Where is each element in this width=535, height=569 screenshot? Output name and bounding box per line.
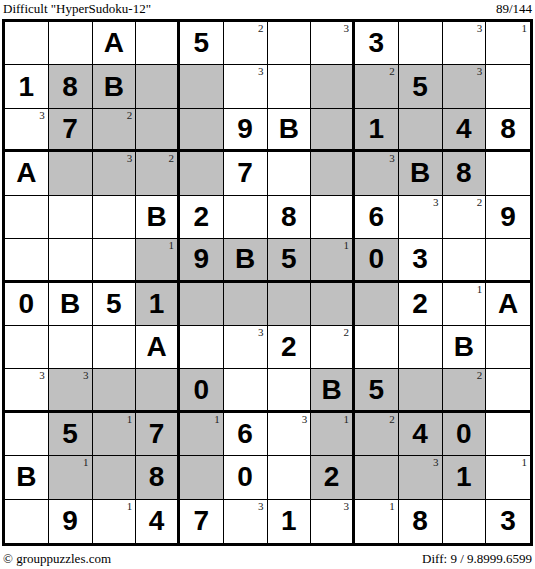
cell-r4c12[interactable]: [486, 152, 530, 195]
cell-r3c8[interactable]: [311, 109, 355, 152]
corner-mark: 3: [433, 197, 439, 208]
cell-r11c5[interactable]: [180, 456, 224, 499]
cell-r8c10[interactable]: [399, 326, 443, 369]
cell-r1c12[interactable]: 1: [486, 22, 530, 65]
cell-r11c2[interactable]: 1: [49, 456, 93, 499]
given-value: 5: [62, 420, 78, 448]
given-value: 7: [237, 159, 253, 187]
cell-r2c10[interactable]: 5: [399, 65, 443, 108]
given-value: 9: [62, 507, 78, 535]
given-value: B: [104, 73, 124, 101]
given-value: B: [60, 290, 80, 318]
corner-mark: 1: [344, 414, 350, 425]
cell-r4c4[interactable]: 2: [136, 152, 180, 195]
cell-r3c12[interactable]: 8: [486, 109, 530, 152]
cell-r2c12[interactable]: [486, 65, 530, 108]
cell-r7c9[interactable]: [355, 283, 399, 326]
corner-mark: 3: [39, 370, 45, 381]
cell-r12c4[interactable]: 4: [136, 500, 180, 543]
given-value: 8: [62, 73, 78, 101]
corner-mark: 1: [214, 414, 220, 425]
cell-r12c5[interactable]: 7: [180, 500, 224, 543]
cell-r10c3[interactable]: 1: [93, 413, 137, 456]
cell-r2c11[interactable]: 3: [443, 65, 487, 108]
cell-r12c2[interactable]: 9: [49, 500, 93, 543]
corner-mark: 2: [477, 370, 483, 381]
given-value: 8: [456, 159, 472, 187]
cell-r10c8[interactable]: 1: [311, 413, 355, 456]
cell-r11c1[interactable]: B: [5, 456, 49, 499]
cell-r9c1[interactable]: 3: [5, 369, 49, 412]
cell-r6c1[interactable]: [5, 239, 49, 282]
cell-r1c10[interactable]: [399, 22, 443, 65]
cell-r12c1[interactable]: [5, 500, 49, 543]
cell-r1c3[interactable]: A: [93, 22, 137, 65]
cell-r4c11[interactable]: 8: [443, 152, 487, 195]
cell-r3c7[interactable]: B: [268, 109, 312, 152]
cell-r6c9[interactable]: 0: [355, 239, 399, 282]
sudoku-board: A52333118B32533729B148A3273B8B28632919B5…: [2, 19, 533, 546]
cell-r2c5[interactable]: [180, 65, 224, 108]
cell-r2c4[interactable]: [136, 65, 180, 108]
given-value: 3: [369, 29, 385, 57]
cell-r2c1[interactable]: 1: [5, 65, 49, 108]
corner-mark: 3: [127, 153, 133, 164]
corner-mark: 3: [344, 501, 350, 512]
cell-r11c3[interactable]: [93, 456, 137, 499]
corner-mark: 2: [258, 23, 264, 34]
cell-r10c7[interactable]: 3: [268, 413, 312, 456]
cell-r2c7[interactable]: [268, 65, 312, 108]
cell-r3c5[interactable]: [180, 109, 224, 152]
cell-r5c11[interactable]: 2: [443, 196, 487, 239]
cell-r7c10[interactable]: 2: [399, 283, 443, 326]
given-value: B: [410, 159, 430, 187]
cell-r11c7[interactable]: [268, 456, 312, 499]
given-value: 5: [106, 290, 122, 318]
cell-r9c12[interactable]: [486, 369, 530, 412]
cell-r9c4[interactable]: [136, 369, 180, 412]
corner-mark: 1: [522, 457, 528, 468]
corner-mark: 1: [169, 240, 175, 251]
given-value: 7: [194, 507, 210, 535]
cell-r5c2[interactable]: [49, 196, 93, 239]
cell-r5c6[interactable]: [224, 196, 268, 239]
cell-r11c9[interactable]: [355, 456, 399, 499]
corner-mark: 3: [258, 501, 264, 512]
given-value: 0: [194, 376, 210, 404]
corner-mark: 1: [522, 23, 528, 34]
cell-r5c3[interactable]: [93, 196, 137, 239]
cell-r6c4[interactable]: 1: [136, 239, 180, 282]
corner-mark: 2: [389, 66, 395, 77]
given-value: 2: [412, 290, 428, 318]
cell-r6c6[interactable]: B: [224, 239, 268, 282]
given-value: 5: [281, 245, 297, 273]
cell-r10c11[interactable]: 0: [443, 413, 487, 456]
given-value: 5: [412, 73, 428, 101]
cell-r12c8[interactable]: 3: [311, 500, 355, 543]
cell-r8c2[interactable]: [49, 326, 93, 369]
cell-r10c10[interactable]: 4: [399, 413, 443, 456]
copyright-text: © grouppuzzles.com: [3, 551, 111, 567]
footer-bar: © grouppuzzles.com Diff: 9 / 9.8999.6599: [3, 549, 532, 567]
given-value: 1: [369, 115, 385, 143]
cell-r8c12[interactable]: [486, 326, 530, 369]
cell-r7c8[interactable]: [311, 283, 355, 326]
cell-r10c5[interactable]: 1: [180, 413, 224, 456]
cell-r11c6[interactable]: 0: [224, 456, 268, 499]
given-value: 0: [237, 463, 253, 491]
cell-r1c2[interactable]: [49, 22, 93, 65]
cell-r5c8[interactable]: [311, 196, 355, 239]
corner-mark: 1: [344, 240, 350, 251]
given-value: 0: [456, 420, 472, 448]
cell-r8c11[interactable]: B: [443, 326, 487, 369]
cell-r6c10[interactable]: 3: [399, 239, 443, 282]
cell-r3c2[interactable]: 7: [49, 109, 93, 152]
corner-mark: 1: [477, 284, 483, 295]
cell-r5c10[interactable]: 3: [399, 196, 443, 239]
corner-mark: 3: [344, 23, 350, 34]
cell-r11c10[interactable]: 3: [399, 456, 443, 499]
cell-r8c7[interactable]: 2: [268, 326, 312, 369]
cell-r12c7[interactable]: 1: [268, 500, 312, 543]
given-value: 0: [369, 245, 385, 273]
given-value: 0: [19, 290, 35, 318]
cell-r3c9[interactable]: 1: [355, 109, 399, 152]
cell-r2c2[interactable]: 8: [49, 65, 93, 108]
cell-r9c5[interactable]: 0: [180, 369, 224, 412]
cell-r4c8[interactable]: [311, 152, 355, 195]
given-value: A: [104, 29, 124, 57]
cell-r10c4[interactable]: 7: [136, 413, 180, 456]
cell-r7c3[interactable]: 5: [93, 283, 137, 326]
cell-r8c6[interactable]: 3: [224, 326, 268, 369]
cell-r11c4[interactable]: 8: [136, 456, 180, 499]
cell-r7c2[interactable]: B: [49, 283, 93, 326]
cell-r2c3[interactable]: B: [93, 65, 137, 108]
given-value: B: [279, 115, 299, 143]
given-value: 8: [149, 463, 165, 491]
cell-r3c3[interactable]: 2: [93, 109, 137, 152]
cell-r9c6[interactable]: [224, 369, 268, 412]
cell-r1c4[interactable]: [136, 22, 180, 65]
cell-r9c3[interactable]: [93, 369, 137, 412]
cell-r5c7[interactable]: 8: [268, 196, 312, 239]
cell-r7c11[interactable]: 1: [443, 283, 487, 326]
cell-r6c2[interactable]: [49, 239, 93, 282]
cell-r1c1[interactable]: [5, 22, 49, 65]
given-value: 3: [500, 507, 516, 535]
header-bar: Difficult "HyperSudoku-12" 89/144: [3, 1, 532, 18]
cell-r7c1[interactable]: 0: [5, 283, 49, 326]
given-value: 9: [500, 203, 516, 231]
given-value: 9: [237, 115, 253, 143]
cell-r1c8[interactable]: 3: [311, 22, 355, 65]
cell-r7c12[interactable]: A: [486, 283, 530, 326]
corner-mark: 1: [83, 457, 89, 468]
cell-r8c1[interactable]: [5, 326, 49, 369]
cell-r5c1[interactable]: [5, 196, 49, 239]
cell-r5c5[interactable]: 2: [180, 196, 224, 239]
cell-r12c11[interactable]: [443, 500, 487, 543]
cell-r2c6[interactable]: 3: [224, 65, 268, 108]
given-value: A: [16, 159, 36, 187]
cell-r9c11[interactable]: 2: [443, 369, 487, 412]
cell-r1c6[interactable]: 2: [224, 22, 268, 65]
cell-r8c3[interactable]: [93, 326, 137, 369]
cell-r3c6[interactable]: 9: [224, 109, 268, 152]
difficulty-text: Diff: 9 / 9.8999.6599: [422, 551, 532, 567]
cell-r9c2[interactable]: 3: [49, 369, 93, 412]
cell-r6c7[interactable]: 5: [268, 239, 312, 282]
given-value: B: [147, 203, 167, 231]
cell-r2c8[interactable]: [311, 65, 355, 108]
cell-r11c8[interactable]: 2: [311, 456, 355, 499]
given-value: 2: [281, 333, 297, 361]
cell-r12c9[interactable]: 1: [355, 500, 399, 543]
cell-r3c10[interactable]: [399, 109, 443, 152]
cell-r8c8[interactable]: 2: [311, 326, 355, 369]
cell-r4c3[interactable]: 3: [93, 152, 137, 195]
given-value: 1: [281, 507, 297, 535]
corner-mark: 2: [344, 327, 350, 338]
corner-mark: 3: [83, 370, 89, 381]
cell-r5c4[interactable]: B: [136, 196, 180, 239]
cell-r11c12[interactable]: 1: [486, 456, 530, 499]
cell-r3c11[interactable]: 4: [443, 109, 487, 152]
cell-r4c5[interactable]: [180, 152, 224, 195]
cell-r1c9[interactable]: 3: [355, 22, 399, 65]
corner-mark: 3: [302, 414, 308, 425]
given-value: 1: [19, 73, 35, 101]
given-value: 5: [194, 29, 210, 57]
given-value: 8: [500, 115, 516, 143]
corner-mark: 3: [477, 66, 483, 77]
cell-r12c3[interactable]: 1: [93, 500, 137, 543]
given-value: 7: [149, 420, 165, 448]
cell-r4c2[interactable]: [49, 152, 93, 195]
cell-r6c5[interactable]: 9: [180, 239, 224, 282]
corner-mark: 3: [39, 110, 45, 121]
given-value: B: [235, 245, 255, 273]
cell-r6c3[interactable]: [93, 239, 137, 282]
cell-r12c10[interactable]: 8: [399, 500, 443, 543]
given-value: 9: [194, 245, 210, 273]
cell-r7c7[interactable]: [268, 283, 312, 326]
cell-r9c9[interactable]: 5: [355, 369, 399, 412]
cell-r2c9[interactable]: 2: [355, 65, 399, 108]
corner-mark: 1: [127, 414, 133, 425]
cell-r6c8[interactable]: 1: [311, 239, 355, 282]
cell-r10c9[interactable]: 2: [355, 413, 399, 456]
given-value: 8: [281, 203, 297, 231]
cell-r7c5[interactable]: [180, 283, 224, 326]
cell-r9c10[interactable]: [399, 369, 443, 412]
cell-r7c4[interactable]: 1: [136, 283, 180, 326]
cell-r8c4[interactable]: A: [136, 326, 180, 369]
cell-r1c7[interactable]: [268, 22, 312, 65]
cell-r6c12[interactable]: [486, 239, 530, 282]
given-value: B: [322, 376, 342, 404]
cell-r3c1[interactable]: 3: [5, 109, 49, 152]
given-value: 3: [412, 245, 428, 273]
corner-mark: 2: [169, 153, 175, 164]
cell-r11c11[interactable]: 1: [443, 456, 487, 499]
cell-r9c8[interactable]: B: [311, 369, 355, 412]
corner-mark: 2: [389, 414, 395, 425]
cell-r7c6[interactable]: [224, 283, 268, 326]
cell-r4c9[interactable]: 3: [355, 152, 399, 195]
given-value: 5: [369, 376, 385, 404]
cell-r4c10[interactable]: B: [399, 152, 443, 195]
corner-mark: 2: [127, 110, 133, 121]
cell-r8c9[interactable]: [355, 326, 399, 369]
given-value: A: [147, 333, 167, 361]
given-value: 7: [62, 115, 78, 143]
cell-r9c7[interactable]: [268, 369, 312, 412]
given-value: 2: [194, 203, 210, 231]
corner-mark: 1: [389, 501, 395, 512]
cell-r1c5[interactable]: 5: [180, 22, 224, 65]
given-value: 6: [369, 203, 385, 231]
cell-r10c1[interactable]: [5, 413, 49, 456]
cell-r3c4[interactable]: [136, 109, 180, 152]
empty-cell-counter: 89/144: [496, 1, 532, 17]
given-value: 6: [237, 420, 253, 448]
cell-r10c12[interactable]: [486, 413, 530, 456]
given-value: 4: [149, 507, 165, 535]
cell-r5c9[interactable]: 6: [355, 196, 399, 239]
cell-r4c6[interactable]: 7: [224, 152, 268, 195]
cell-r8c5[interactable]: [180, 326, 224, 369]
cell-r12c12[interactable]: 3: [486, 500, 530, 543]
given-value: 1: [456, 463, 472, 491]
corner-mark: 3: [258, 66, 264, 77]
given-value: B: [454, 333, 474, 361]
corner-mark: 3: [258, 327, 264, 338]
cell-r5c12[interactable]: 9: [486, 196, 530, 239]
given-value: B: [16, 463, 36, 491]
corner-mark: 2: [477, 197, 483, 208]
corner-mark: 3: [433, 457, 439, 468]
given-value: 4: [456, 115, 472, 143]
given-value: 2: [324, 463, 340, 491]
cell-r4c7[interactable]: [268, 152, 312, 195]
cell-r12c6[interactable]: 3: [224, 500, 268, 543]
cell-r4c1[interactable]: A: [5, 152, 49, 195]
corner-mark: 1: [127, 501, 133, 512]
puzzle-title: Difficult "HyperSudoku-12": [3, 1, 151, 17]
corner-mark: 3: [477, 23, 483, 34]
cell-r1c11[interactable]: 3: [443, 22, 487, 65]
cell-r10c6[interactable]: 6: [224, 413, 268, 456]
cell-r10c2[interactable]: 5: [49, 413, 93, 456]
corner-mark: 3: [389, 153, 395, 164]
cell-r6c11[interactable]: [443, 239, 487, 282]
given-value: 8: [412, 507, 428, 535]
given-value: 4: [412, 420, 428, 448]
given-value: 1: [149, 290, 165, 318]
given-value: A: [498, 290, 518, 318]
